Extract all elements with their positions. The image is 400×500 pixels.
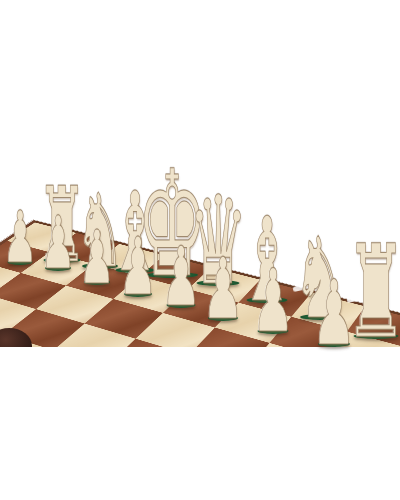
chess-board <box>0 220 400 347</box>
board-area <box>0 0 400 347</box>
chess-photo-scene: ♜♞♝♚♛♝♞♜♟♟♟♟♟♟♟♟ <box>0 0 400 500</box>
